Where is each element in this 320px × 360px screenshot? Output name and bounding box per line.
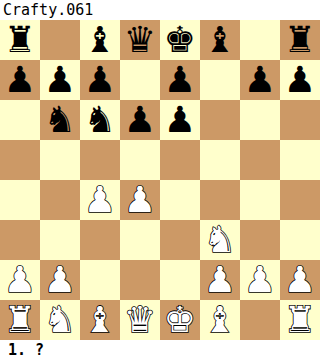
white-pawn-b2[interactable]: ♟ xyxy=(44,260,76,300)
white-queen-d1[interactable]: ♛ xyxy=(124,300,156,340)
square-b5[interactable] xyxy=(40,140,80,180)
square-g3[interactable] xyxy=(240,220,280,260)
square-f5[interactable] xyxy=(200,140,240,180)
white-rook-a1[interactable]: ♜ xyxy=(4,300,36,340)
square-e1[interactable]: ♚ xyxy=(160,300,200,340)
black-pawn-h7[interactable]: ♟ xyxy=(284,60,316,100)
black-bishop-f8[interactable]: ♝ xyxy=(204,20,236,60)
black-rook-h8[interactable]: ♜ xyxy=(284,20,316,60)
square-a7[interactable]: ♟ xyxy=(0,60,40,100)
black-pawn-d6[interactable]: ♟ xyxy=(124,100,156,140)
black-pawn-e7[interactable]: ♟ xyxy=(164,60,196,100)
square-f2[interactable]: ♟ xyxy=(200,260,240,300)
window-title: Crafty.061 xyxy=(0,0,320,20)
square-g4[interactable] xyxy=(240,180,280,220)
white-pawn-d4[interactable]: ♟ xyxy=(124,180,156,220)
square-b2[interactable]: ♟ xyxy=(40,260,80,300)
square-g7[interactable]: ♟ xyxy=(240,60,280,100)
square-g1[interactable] xyxy=(240,300,280,340)
square-a2[interactable]: ♟ xyxy=(0,260,40,300)
square-d7[interactable] xyxy=(120,60,160,100)
square-f6[interactable] xyxy=(200,100,240,140)
white-pawn-g2[interactable]: ♟ xyxy=(244,260,276,300)
square-h1[interactable]: ♜ xyxy=(280,300,320,340)
square-e6[interactable]: ♟ xyxy=(160,100,200,140)
white-pawn-c4[interactable]: ♟ xyxy=(84,180,116,220)
white-bishop-c1[interactable]: ♝ xyxy=(84,300,116,340)
square-e5[interactable] xyxy=(160,140,200,180)
square-d3[interactable] xyxy=(120,220,160,260)
square-h4[interactable] xyxy=(280,180,320,220)
square-a1[interactable]: ♜ xyxy=(0,300,40,340)
square-b8[interactable] xyxy=(40,20,80,60)
square-d2[interactable] xyxy=(120,260,160,300)
square-b7[interactable]: ♟ xyxy=(40,60,80,100)
square-b6[interactable]: ♞ xyxy=(40,100,80,140)
square-c5[interactable] xyxy=(80,140,120,180)
square-a6[interactable] xyxy=(0,100,40,140)
black-pawn-g7[interactable]: ♟ xyxy=(244,60,276,100)
square-d1[interactable]: ♛ xyxy=(120,300,160,340)
square-c3[interactable] xyxy=(80,220,120,260)
square-e8[interactable]: ♚ xyxy=(160,20,200,60)
move-prompt: 1. ? xyxy=(0,340,320,360)
square-f7[interactable] xyxy=(200,60,240,100)
square-b4[interactable] xyxy=(40,180,80,220)
square-c1[interactable]: ♝ xyxy=(80,300,120,340)
black-rook-a8[interactable]: ♜ xyxy=(4,20,36,60)
square-e3[interactable] xyxy=(160,220,200,260)
black-bishop-c8[interactable]: ♝ xyxy=(84,20,116,60)
square-e7[interactable]: ♟ xyxy=(160,60,200,100)
square-d6[interactable]: ♟ xyxy=(120,100,160,140)
square-d5[interactable] xyxy=(120,140,160,180)
square-g5[interactable] xyxy=(240,140,280,180)
black-pawn-a7[interactable]: ♟ xyxy=(4,60,36,100)
square-a5[interactable] xyxy=(0,140,40,180)
square-d4[interactable]: ♟ xyxy=(120,180,160,220)
white-knight-b1[interactable]: ♞ xyxy=(44,300,76,340)
chess-board: ♜♝♛♚♝♜♟♟♟♟♟♟♞♞♟♟♟♟♞♟♟♟♟♟♜♞♝♛♚♝♜ xyxy=(0,20,320,340)
square-h6[interactable] xyxy=(280,100,320,140)
square-g6[interactable] xyxy=(240,100,280,140)
white-rook-h1[interactable]: ♜ xyxy=(284,300,316,340)
square-h5[interactable] xyxy=(280,140,320,180)
square-h2[interactable]: ♟ xyxy=(280,260,320,300)
square-b1[interactable]: ♞ xyxy=(40,300,80,340)
square-f8[interactable]: ♝ xyxy=(200,20,240,60)
square-f1[interactable]: ♝ xyxy=(200,300,240,340)
black-knight-b6[interactable]: ♞ xyxy=(44,100,76,140)
square-d8[interactable]: ♛ xyxy=(120,20,160,60)
white-king-e1[interactable]: ♚ xyxy=(164,300,196,340)
square-a8[interactable]: ♜ xyxy=(0,20,40,60)
square-c6[interactable]: ♞ xyxy=(80,100,120,140)
white-knight-f3[interactable]: ♞ xyxy=(204,220,236,260)
black-king-e8[interactable]: ♚ xyxy=(164,20,196,60)
square-c2[interactable] xyxy=(80,260,120,300)
square-c8[interactable]: ♝ xyxy=(80,20,120,60)
white-pawn-h2[interactable]: ♟ xyxy=(284,260,316,300)
black-pawn-e6[interactable]: ♟ xyxy=(164,100,196,140)
square-c4[interactable]: ♟ xyxy=(80,180,120,220)
black-pawn-c7[interactable]: ♟ xyxy=(84,60,116,100)
black-knight-c6[interactable]: ♞ xyxy=(84,100,116,140)
square-h8[interactable]: ♜ xyxy=(280,20,320,60)
square-f4[interactable] xyxy=(200,180,240,220)
square-g2[interactable]: ♟ xyxy=(240,260,280,300)
square-h3[interactable] xyxy=(280,220,320,260)
black-pawn-b7[interactable]: ♟ xyxy=(44,60,76,100)
crafty-window: Crafty.061 ♜♝♛♚♝♜♟♟♟♟♟♟♞♞♟♟♟♟♞♟♟♟♟♟♜♞♝♛♚… xyxy=(0,0,320,360)
square-e2[interactable] xyxy=(160,260,200,300)
white-pawn-f2[interactable]: ♟ xyxy=(204,260,236,300)
black-queen-d8[interactable]: ♛ xyxy=(124,20,156,60)
square-c7[interactable]: ♟ xyxy=(80,60,120,100)
square-a3[interactable] xyxy=(0,220,40,260)
square-b3[interactable] xyxy=(40,220,80,260)
square-f3[interactable]: ♞ xyxy=(200,220,240,260)
square-a4[interactable] xyxy=(0,180,40,220)
square-g8[interactable] xyxy=(240,20,280,60)
white-pawn-a2[interactable]: ♟ xyxy=(4,260,36,300)
square-h7[interactable]: ♟ xyxy=(280,60,320,100)
square-e4[interactable] xyxy=(160,180,200,220)
white-bishop-f1[interactable]: ♝ xyxy=(204,300,236,340)
